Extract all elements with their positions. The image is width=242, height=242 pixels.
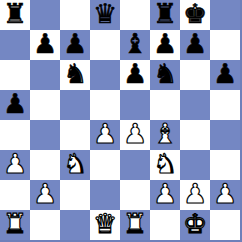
square-c4[interactable] (60, 120, 90, 150)
square-h5[interactable] (210, 90, 240, 120)
piece-black-pawn[interactable]: ♟ (33, 30, 57, 59)
square-e8[interactable] (120, 0, 150, 30)
piece-white-pawn[interactable]: ♟ (123, 120, 147, 149)
chess-board-container: ♜♛♜♚♟♟♝♟♟♞♟♞♟♟♟♟♝♟♞♞♟♟♟♟♜♛♜♚ (0, 0, 242, 242)
square-b2[interactable]: ♟ (30, 180, 60, 210)
square-b1[interactable] (30, 210, 60, 240)
piece-black-pawn[interactable]: ♟ (213, 60, 237, 89)
square-c5[interactable] (60, 90, 90, 120)
square-g8[interactable]: ♚ (180, 0, 210, 30)
piece-white-pawn[interactable]: ♟ (3, 150, 27, 179)
square-d1[interactable]: ♛ (90, 210, 120, 240)
piece-black-pawn[interactable]: ♟ (123, 60, 147, 89)
square-a4[interactable] (0, 120, 30, 150)
square-e2[interactable] (120, 180, 150, 210)
square-a6[interactable] (0, 60, 30, 90)
square-c8[interactable] (60, 0, 90, 30)
square-g5[interactable] (180, 90, 210, 120)
piece-black-pawn[interactable]: ♟ (183, 30, 207, 59)
square-f4[interactable]: ♝ (150, 120, 180, 150)
square-d2[interactable] (90, 180, 120, 210)
piece-white-rook[interactable]: ♜ (123, 210, 147, 239)
square-a7[interactable] (0, 30, 30, 60)
square-b6[interactable] (30, 60, 60, 90)
square-e1[interactable]: ♜ (120, 210, 150, 240)
square-f7[interactable]: ♟ (150, 30, 180, 60)
piece-white-knight[interactable]: ♞ (153, 150, 177, 179)
square-d6[interactable] (90, 60, 120, 90)
piece-black-pawn[interactable]: ♟ (63, 30, 87, 59)
square-b8[interactable] (30, 0, 60, 30)
piece-white-bishop[interactable]: ♝ (153, 120, 177, 149)
square-b5[interactable] (30, 90, 60, 120)
square-d8[interactable]: ♛ (90, 0, 120, 30)
square-e7[interactable]: ♝ (120, 30, 150, 60)
square-h6[interactable]: ♟ (210, 60, 240, 90)
square-c3[interactable]: ♞ (60, 150, 90, 180)
piece-white-rook[interactable]: ♜ (3, 210, 27, 239)
square-g3[interactable] (180, 150, 210, 180)
piece-white-pawn[interactable]: ♟ (33, 180, 57, 209)
square-a5[interactable]: ♟ (0, 90, 30, 120)
square-a1[interactable]: ♜ (0, 210, 30, 240)
square-h1[interactable] (210, 210, 240, 240)
square-g6[interactable] (180, 60, 210, 90)
square-e4[interactable]: ♟ (120, 120, 150, 150)
square-a3[interactable]: ♟ (0, 150, 30, 180)
piece-white-king[interactable]: ♚ (183, 210, 207, 239)
square-c2[interactable] (60, 180, 90, 210)
piece-black-rook[interactable]: ♜ (3, 0, 27, 29)
piece-black-pawn[interactable]: ♟ (3, 90, 27, 119)
piece-black-rook[interactable]: ♜ (153, 0, 177, 29)
piece-black-king[interactable]: ♚ (183, 0, 207, 29)
square-h2[interactable]: ♟ (210, 180, 240, 210)
square-c7[interactable]: ♟ (60, 30, 90, 60)
square-h4[interactable] (210, 120, 240, 150)
piece-white-pawn[interactable]: ♟ (213, 180, 237, 209)
square-d4[interactable]: ♟ (90, 120, 120, 150)
square-f2[interactable]: ♟ (150, 180, 180, 210)
piece-white-pawn[interactable]: ♟ (153, 180, 177, 209)
square-f5[interactable] (150, 90, 180, 120)
square-c6[interactable]: ♞ (60, 60, 90, 90)
square-f6[interactable]: ♞ (150, 60, 180, 90)
square-f3[interactable]: ♞ (150, 150, 180, 180)
square-a8[interactable]: ♜ (0, 0, 30, 30)
piece-white-queen[interactable]: ♛ (93, 210, 117, 239)
piece-white-pawn[interactable]: ♟ (93, 120, 117, 149)
square-f8[interactable]: ♜ (150, 0, 180, 30)
square-h8[interactable] (210, 0, 240, 30)
square-b7[interactable]: ♟ (30, 30, 60, 60)
square-c1[interactable] (60, 210, 90, 240)
square-g1[interactable]: ♚ (180, 210, 210, 240)
piece-black-knight[interactable]: ♞ (153, 60, 177, 89)
square-g2[interactable]: ♟ (180, 180, 210, 210)
square-g7[interactable]: ♟ (180, 30, 210, 60)
square-d3[interactable] (90, 150, 120, 180)
square-a2[interactable] (0, 180, 30, 210)
piece-black-queen[interactable]: ♛ (93, 0, 117, 29)
square-e6[interactable]: ♟ (120, 60, 150, 90)
square-g4[interactable] (180, 120, 210, 150)
piece-black-knight[interactable]: ♞ (63, 60, 87, 89)
square-d7[interactable] (90, 30, 120, 60)
chess-board: ♜♛♜♚♟♟♝♟♟♞♟♞♟♟♟♟♝♟♞♞♟♟♟♟♜♛♜♚ (0, 0, 242, 242)
piece-white-pawn[interactable]: ♟ (183, 180, 207, 209)
piece-black-pawn[interactable]: ♟ (153, 30, 177, 59)
piece-white-knight[interactable]: ♞ (63, 150, 87, 179)
piece-black-bishop[interactable]: ♝ (123, 30, 147, 59)
square-b4[interactable] (30, 120, 60, 150)
square-h7[interactable] (210, 30, 240, 60)
square-d5[interactable] (90, 90, 120, 120)
square-b3[interactable] (30, 150, 60, 180)
square-e5[interactable] (120, 90, 150, 120)
square-f1[interactable] (150, 210, 180, 240)
square-h3[interactable] (210, 150, 240, 180)
square-e3[interactable] (120, 150, 150, 180)
